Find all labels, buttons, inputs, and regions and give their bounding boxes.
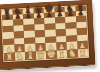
piece-white-rook[interactable]: ♜ (5, 53, 13, 62)
square-g1[interactable]: ♞ (67, 49, 78, 58)
piece-white-queen[interactable]: ♛ (36, 49, 46, 60)
piece-white-bishop[interactable]: ♝ (26, 51, 35, 61)
square-b1[interactable]: ♞ (14, 52, 25, 61)
wooden-chess-board: ♜♞♝♛♚♝♞♜♟♟♟♟♟♟♟♟♟♟♟♟♟♟♟♟♜♞♝♛♚♝♞♜ (0, 0, 96, 70)
square-e1[interactable]: ♚ (46, 50, 57, 59)
piece-white-rook[interactable]: ♜ (79, 49, 87, 58)
board-frame: ♜♞♝♛♚♝♞♜♟♟♟♟♟♟♟♟♟♟♟♟♟♟♟♟♜♞♝♛♚♝♞♜ (0, 0, 96, 70)
chess-board: ♜♞♝♛♚♝♞♜♟♟♟♟♟♟♟♟♟♟♟♟♟♟♟♟♜♞♝♛♚♝♞♜ (1, 5, 90, 62)
square-a1[interactable]: ♜ (4, 52, 15, 61)
piece-white-king[interactable]: ♚ (46, 48, 56, 60)
chess-set-photo: ♜♞♝♛♚♝♞♜♟♟♟♟♟♟♟♟♟♟♟♟♟♟♟♟♜♞♝♛♚♝♞♜ (0, 0, 100, 72)
square-f1[interactable]: ♝ (56, 50, 67, 59)
piece-white-knight[interactable]: ♞ (15, 52, 24, 62)
square-c1[interactable]: ♝ (25, 51, 36, 60)
piece-white-knight[interactable]: ♞ (68, 49, 77, 59)
square-d1[interactable]: ♛ (35, 51, 46, 60)
piece-white-bishop[interactable]: ♝ (57, 49, 66, 59)
square-h1[interactable]: ♜ (77, 49, 88, 58)
